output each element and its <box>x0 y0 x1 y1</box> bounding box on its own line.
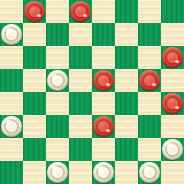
dark-square[interactable] <box>23 0 46 23</box>
dark-square[interactable] <box>138 115 161 138</box>
light-square <box>69 161 92 184</box>
dark-square[interactable] <box>92 161 115 184</box>
red-checker[interactable] <box>70 1 91 22</box>
light-square <box>138 0 161 23</box>
light-square <box>92 0 115 23</box>
light-square <box>161 69 184 92</box>
light-square <box>161 115 184 138</box>
light-square <box>23 69 46 92</box>
red-checker[interactable] <box>93 70 114 91</box>
dark-square[interactable] <box>69 46 92 69</box>
light-square <box>0 46 23 69</box>
white-checker[interactable] <box>139 162 160 183</box>
light-square <box>46 46 69 69</box>
dark-square[interactable] <box>0 161 23 184</box>
dark-square[interactable] <box>0 115 23 138</box>
dark-square[interactable] <box>0 23 23 46</box>
light-square <box>46 92 69 115</box>
dark-square[interactable] <box>161 46 184 69</box>
dark-square[interactable] <box>92 69 115 92</box>
light-square <box>115 161 138 184</box>
white-checker[interactable] <box>93 162 114 183</box>
dark-square[interactable] <box>46 23 69 46</box>
dark-square[interactable] <box>115 46 138 69</box>
light-square <box>115 69 138 92</box>
dark-square[interactable] <box>115 0 138 23</box>
light-square <box>138 46 161 69</box>
dark-square[interactable] <box>0 69 23 92</box>
light-square <box>69 115 92 138</box>
white-checker[interactable] <box>1 24 22 45</box>
dark-square[interactable] <box>46 115 69 138</box>
dark-square[interactable] <box>46 161 69 184</box>
light-square <box>115 115 138 138</box>
light-square <box>138 92 161 115</box>
dark-square[interactable] <box>23 138 46 161</box>
light-square <box>69 23 92 46</box>
light-square <box>23 23 46 46</box>
red-checker[interactable] <box>139 70 160 91</box>
dark-square[interactable] <box>161 138 184 161</box>
light-square <box>161 161 184 184</box>
dark-square[interactable] <box>115 138 138 161</box>
red-checker[interactable] <box>24 1 45 22</box>
dark-square[interactable] <box>161 0 184 23</box>
dark-square[interactable] <box>138 23 161 46</box>
white-checker[interactable] <box>162 139 183 160</box>
dark-square[interactable] <box>115 92 138 115</box>
red-checker[interactable] <box>162 47 183 68</box>
dark-square[interactable] <box>138 69 161 92</box>
dark-square[interactable] <box>23 92 46 115</box>
dark-square[interactable] <box>69 92 92 115</box>
light-square <box>46 138 69 161</box>
light-square <box>0 0 23 23</box>
light-square <box>92 92 115 115</box>
light-square <box>115 23 138 46</box>
white-checker[interactable] <box>47 70 68 91</box>
light-square <box>138 138 161 161</box>
dark-square[interactable] <box>69 0 92 23</box>
light-square <box>69 69 92 92</box>
dark-square[interactable] <box>69 138 92 161</box>
dark-square[interactable] <box>92 115 115 138</box>
red-checker[interactable] <box>93 116 114 137</box>
red-checker[interactable] <box>162 93 183 114</box>
light-square <box>0 138 23 161</box>
dark-square[interactable] <box>161 92 184 115</box>
light-square <box>92 46 115 69</box>
white-checker[interactable] <box>1 116 22 137</box>
light-square <box>92 138 115 161</box>
light-square <box>23 161 46 184</box>
white-checker[interactable] <box>47 162 68 183</box>
light-square <box>0 92 23 115</box>
dark-square[interactable] <box>46 69 69 92</box>
dark-square[interactable] <box>92 23 115 46</box>
light-square <box>46 0 69 23</box>
light-square <box>23 115 46 138</box>
dark-square[interactable] <box>138 161 161 184</box>
light-square <box>161 23 184 46</box>
dark-square[interactable] <box>23 46 46 69</box>
checkers-board <box>0 0 184 184</box>
